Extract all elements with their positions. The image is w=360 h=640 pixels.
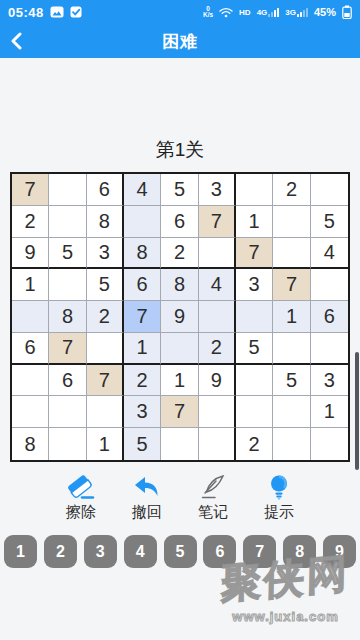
cell-r5c4[interactable]: 7 xyxy=(124,301,161,333)
clock: 05:48 xyxy=(8,5,44,20)
cell-r8c2[interactable] xyxy=(49,396,86,428)
cell-r3c8[interactable] xyxy=(273,238,310,270)
scrollbar-thumb[interactable] xyxy=(355,352,359,470)
numpad-key-7[interactable]: 7 xyxy=(243,535,276,568)
network-3g-indicator: 3G xyxy=(285,8,308,17)
numpad-key-1[interactable]: 1 xyxy=(4,535,37,568)
number-pad: 123456789 xyxy=(0,535,360,568)
battery-percent: 45% xyxy=(314,6,336,18)
network-speed: 0K/s xyxy=(203,6,213,18)
cell-r6c2[interactable]: 7 xyxy=(49,333,86,365)
cell-r1c1[interactable]: 7 xyxy=(12,174,49,206)
notes-button[interactable]: 笔记 xyxy=(186,474,240,522)
cell-r8c5[interactable]: 7 xyxy=(161,396,198,428)
cell-r5c8[interactable]: 1 xyxy=(273,301,310,333)
status-bar: 05:48 0K/s HD 4G xyxy=(0,0,360,24)
cell-r2c1[interactable]: 2 xyxy=(12,206,49,238)
cell-r1c4[interactable]: 4 xyxy=(124,174,161,206)
cell-r4c4[interactable]: 6 xyxy=(124,269,161,301)
network-4g-indicator: 4G xyxy=(257,8,280,17)
cell-r2c7[interactable]: 1 xyxy=(236,206,273,238)
numpad-key-3[interactable]: 3 xyxy=(84,535,117,568)
cell-r5c1[interactable] xyxy=(12,301,49,333)
cell-r3c4[interactable]: 8 xyxy=(124,238,161,270)
cell-r6c1[interactable]: 6 xyxy=(12,333,49,365)
eraser-icon xyxy=(67,474,95,500)
erase-label: 擦除 xyxy=(66,503,96,522)
cell-r2c2[interactable] xyxy=(49,206,86,238)
undo-button[interactable]: 撤回 xyxy=(120,474,174,522)
cell-r6c3[interactable] xyxy=(87,333,124,365)
cell-r1c9[interactable] xyxy=(311,174,348,206)
cell-r4c6[interactable]: 4 xyxy=(199,269,236,301)
cell-r9c6[interactable] xyxy=(199,428,236,460)
cell-r5c2[interactable]: 8 xyxy=(49,301,86,333)
cell-r8c4[interactable]: 3 xyxy=(124,396,161,428)
wifi-icon xyxy=(219,7,233,18)
cell-r1c7[interactable] xyxy=(236,174,273,206)
cell-r1c8[interactable]: 2 xyxy=(273,174,310,206)
cell-r3c2[interactable]: 5 xyxy=(49,238,86,270)
cell-r6c5[interactable] xyxy=(161,333,198,365)
lightbulb-icon xyxy=(265,474,293,500)
cell-r8c7[interactable] xyxy=(236,396,273,428)
cell-r4c9[interactable] xyxy=(311,269,348,301)
sudoku-board: 7645322867159538274156843782791667125672… xyxy=(10,172,350,462)
cell-r4c8[interactable]: 7 xyxy=(273,269,310,301)
cell-r7c3[interactable]: 7 xyxy=(87,365,124,397)
cell-r5c5[interactable]: 9 xyxy=(161,301,198,333)
cell-r4c5[interactable]: 8 xyxy=(161,269,198,301)
cell-r9c3[interactable]: 1 xyxy=(87,428,124,460)
cell-r7c5[interactable]: 1 xyxy=(161,365,198,397)
hd-indicator: HD xyxy=(239,8,251,17)
cell-r3c3[interactable]: 3 xyxy=(87,238,124,270)
cell-r3c7[interactable]: 7 xyxy=(236,238,273,270)
nav-bar: 困难 xyxy=(0,24,360,58)
numpad-key-8[interactable]: 8 xyxy=(283,535,316,568)
cell-r6c9[interactable] xyxy=(311,333,348,365)
hint-label: 提示 xyxy=(264,503,294,522)
cell-r8c1[interactable] xyxy=(12,396,49,428)
toolbar: 擦除 撤回 笔记 xyxy=(54,474,306,522)
app-screen: 05:48 0K/s HD 4G xyxy=(0,0,360,640)
cell-r9c7[interactable]: 2 xyxy=(236,428,273,460)
numpad-key-2[interactable]: 2 xyxy=(44,535,77,568)
cell-r2c8[interactable] xyxy=(273,206,310,238)
cell-r6c4[interactable]: 1 xyxy=(124,333,161,365)
numpad-key-9[interactable]: 9 xyxy=(323,535,356,568)
hint-button[interactable]: 提示 xyxy=(252,474,306,522)
cell-r2c9[interactable]: 5 xyxy=(311,206,348,238)
cell-r9c5[interactable] xyxy=(161,428,198,460)
cell-r7c2[interactable]: 6 xyxy=(49,365,86,397)
checkbox-icon xyxy=(70,6,82,18)
numpad-key-5[interactable]: 5 xyxy=(164,535,197,568)
cell-r6c8[interactable] xyxy=(273,333,310,365)
cell-r8c6[interactable] xyxy=(199,396,236,428)
watermark-url: www.juxia.com xyxy=(221,609,350,624)
undo-arrow-icon xyxy=(133,474,161,500)
cell-r3c6[interactable] xyxy=(199,238,236,270)
cell-r8c8[interactable] xyxy=(273,396,310,428)
battery-icon xyxy=(342,5,352,19)
cell-r4c1[interactable]: 1 xyxy=(12,269,49,301)
cell-r6c7[interactable]: 5 xyxy=(236,333,273,365)
back-button[interactable] xyxy=(10,24,44,58)
gallery-icon xyxy=(50,6,64,18)
cell-r8c3[interactable] xyxy=(87,396,124,428)
cell-r5c7[interactable] xyxy=(236,301,273,333)
undo-label: 撤回 xyxy=(132,503,162,522)
cell-r1c5[interactable]: 5 xyxy=(161,174,198,206)
cell-r8c9[interactable]: 1 xyxy=(311,396,348,428)
cell-r9c9[interactable] xyxy=(311,428,348,460)
cell-r2c3[interactable]: 8 xyxy=(87,206,124,238)
cell-r4c2[interactable] xyxy=(49,269,86,301)
cell-r4c3[interactable]: 5 xyxy=(87,269,124,301)
page-title: 困难 xyxy=(162,30,198,53)
erase-button[interactable]: 擦除 xyxy=(54,474,108,522)
cell-r3c5[interactable]: 2 xyxy=(161,238,198,270)
cell-r5c6[interactable] xyxy=(199,301,236,333)
cell-r4c7[interactable]: 3 xyxy=(236,269,273,301)
numpad-key-4[interactable]: 4 xyxy=(124,535,157,568)
feather-pen-icon xyxy=(199,474,227,500)
cell-r1c2[interactable] xyxy=(49,174,86,206)
cell-r1c6[interactable]: 3 xyxy=(199,174,236,206)
level-title: 第1关 xyxy=(0,138,360,162)
cell-r9c2[interactable] xyxy=(49,428,86,460)
cell-r7c8[interactable]: 5 xyxy=(273,365,310,397)
cell-r3c9[interactable]: 4 xyxy=(311,238,348,270)
cell-r1c3[interactable]: 6 xyxy=(87,174,124,206)
cell-r2c6[interactable]: 7 xyxy=(199,206,236,238)
cell-r7c6[interactable]: 9 xyxy=(199,365,236,397)
numpad-key-6[interactable]: 6 xyxy=(203,535,236,568)
cell-r5c3[interactable]: 2 xyxy=(87,301,124,333)
cell-r2c5[interactable]: 6 xyxy=(161,206,198,238)
cell-r7c9[interactable]: 3 xyxy=(311,365,348,397)
cell-r9c1[interactable]: 8 xyxy=(12,428,49,460)
cell-r3c1[interactable]: 9 xyxy=(12,238,49,270)
cell-r9c4[interactable]: 5 xyxy=(124,428,161,460)
cell-r2c4[interactable] xyxy=(124,206,161,238)
cell-r7c4[interactable]: 2 xyxy=(124,365,161,397)
cell-r7c1[interactable] xyxy=(12,365,49,397)
cell-r7c7[interactable] xyxy=(236,365,273,397)
notes-label: 笔记 xyxy=(198,503,228,522)
cell-r6c6[interactable]: 2 xyxy=(199,333,236,365)
cell-r9c8[interactable] xyxy=(273,428,310,460)
cell-r5c9[interactable]: 6 xyxy=(311,301,348,333)
